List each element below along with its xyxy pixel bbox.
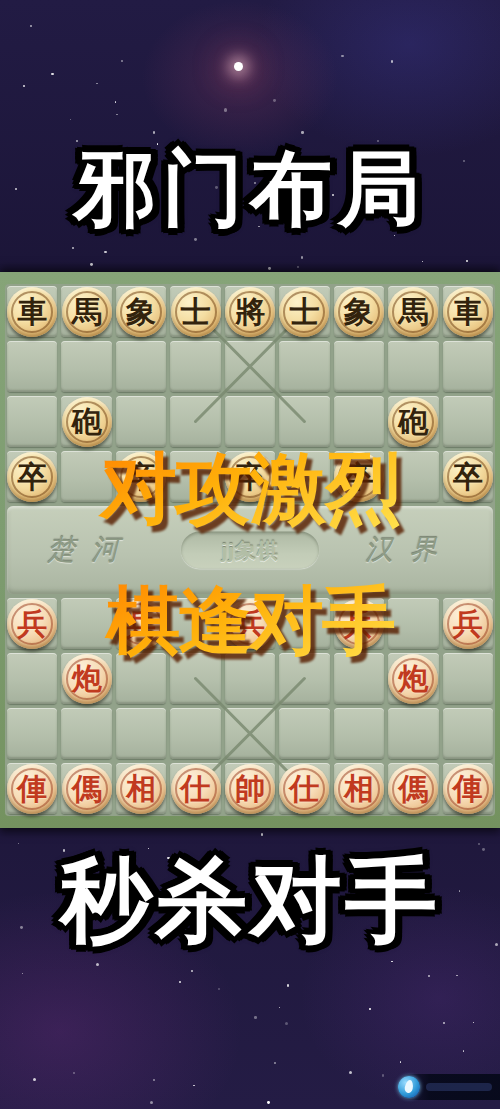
board-cell[interactable]: [225, 396, 275, 447]
piece-character: 象: [344, 287, 374, 337]
board-cell[interactable]: 傌: [61, 763, 111, 814]
piece-character: 傌: [72, 764, 102, 814]
star: [191, 970, 193, 972]
xiangqi-piece-black-車[interactable]: 車: [7, 287, 57, 337]
xiangqi-piece-red-傌[interactable]: 傌: [62, 764, 112, 814]
star: [428, 975, 430, 977]
slogan-line-2: 棋逢对手: [0, 580, 500, 661]
board-cell[interactable]: 仕: [170, 763, 220, 814]
xiangqi-board: 車馬象士將士象馬車砲砲卒卒卒卒卒 楚河 jj象棋 汉界 兵兵兵兵兵炮炮俥傌相仕帥…: [0, 272, 500, 828]
board-cell[interactable]: [388, 341, 438, 392]
star: [72, 247, 74, 249]
star: [70, 119, 71, 120]
star: [466, 260, 468, 262]
board-cell[interactable]: [388, 708, 438, 759]
app-logo-text: jj象棋: [221, 536, 279, 564]
piece-character: 傌: [398, 764, 428, 814]
star: [369, 1008, 371, 1010]
star: [400, 1061, 402, 1063]
xiangqi-piece-black-將[interactable]: 將: [225, 287, 275, 337]
star: [23, 85, 25, 87]
board-row: [5, 706, 495, 761]
board-cell[interactable]: [443, 341, 493, 392]
star: [301, 256, 303, 258]
xiangqi-piece-black-象[interactable]: 象: [334, 287, 384, 337]
board-cell[interactable]: [225, 341, 275, 392]
piece-character: 俥: [453, 764, 483, 814]
watermark-illegible-text: [426, 1083, 492, 1091]
board-cell[interactable]: 象: [334, 286, 384, 337]
board-cell[interactable]: [334, 341, 384, 392]
slogan-line-1: 对攻激烈: [0, 446, 500, 531]
piece-character: 砲: [398, 397, 428, 447]
board-cell[interactable]: 車: [443, 286, 493, 337]
star: [279, 1007, 281, 1009]
star: [51, 73, 53, 75]
xiangqi-piece-black-砲[interactable]: 砲: [62, 397, 112, 447]
star: [150, 1101, 153, 1104]
star: [285, 1022, 288, 1025]
star: [456, 975, 458, 977]
star: [90, 263, 93, 266]
piece-character: 相: [126, 764, 156, 814]
board-cell[interactable]: 馬: [388, 286, 438, 337]
star: [273, 99, 276, 102]
board-row: 俥傌相仕帥仕相傌俥: [5, 761, 495, 816]
board-row: 車馬象士將士象馬車: [5, 284, 495, 339]
star: [115, 101, 117, 103]
xiangqi-piece-red-仕[interactable]: 仕: [279, 764, 329, 814]
star: [73, 1072, 75, 1074]
piece-character: 砲: [72, 397, 102, 447]
star: [391, 961, 393, 963]
star: [224, 108, 227, 111]
board-cell[interactable]: 士: [279, 286, 329, 337]
board-cell[interactable]: [443, 396, 493, 447]
bright-star: [234, 62, 243, 71]
board-cell[interactable]: [225, 708, 275, 759]
star: [194, 238, 197, 241]
board-cell[interactable]: [279, 396, 329, 447]
river-label-right: 汉界: [365, 531, 453, 569]
star: [287, 984, 289, 986]
piece-character: 車: [453, 287, 483, 337]
piece-character: 相: [344, 764, 374, 814]
xiangqi-piece-red-帥[interactable]: 帥: [225, 764, 275, 814]
piece-character: 車: [17, 287, 47, 337]
xiangqi-piece-black-象[interactable]: 象: [116, 287, 166, 337]
star: [153, 131, 156, 134]
top-banner-title: 邪门布局: [0, 146, 500, 232]
piece-character: 帥: [235, 764, 265, 814]
piece-character: 馬: [72, 287, 102, 337]
star: [382, 1074, 384, 1076]
star: [443, 1022, 445, 1024]
board-cell[interactable]: 仕: [279, 763, 329, 814]
piece-character: 俥: [17, 764, 47, 814]
star: [261, 833, 264, 836]
board-cell[interactable]: [279, 708, 329, 759]
app-logo-pill: jj象棋: [181, 532, 319, 569]
star: [391, 60, 393, 62]
board-cell[interactable]: [170, 341, 220, 392]
board-cell[interactable]: 將: [225, 286, 275, 337]
board-cell[interactable]: [7, 341, 57, 392]
star: [22, 973, 23, 974]
xiangqi-piece-red-相[interactable]: 相: [334, 764, 384, 814]
star: [30, 25, 32, 27]
board-cell[interactable]: [116, 396, 166, 447]
board-tiles: 車馬象士將士象馬車砲砲卒卒卒卒卒 楚河 jj象棋 汉界 兵兵兵兵兵炮炮俥傌相仕帥…: [5, 284, 495, 816]
board-cell[interactable]: 砲: [61, 396, 111, 447]
star: [33, 1078, 36, 1081]
piece-character: 仕: [181, 764, 211, 814]
board-cell[interactable]: 車: [7, 286, 57, 337]
board-cell[interactable]: [443, 708, 493, 759]
piece-character: 士: [289, 287, 319, 337]
board-cell[interactable]: [61, 341, 111, 392]
star: [268, 267, 271, 270]
xiangqi-piece-black-車[interactable]: 車: [443, 287, 493, 337]
river-label-left: 楚河: [47, 531, 135, 569]
xiangqi-piece-black-士[interactable]: 士: [171, 287, 221, 337]
xiangqi-piece-black-士[interactable]: 士: [279, 287, 329, 337]
board-cell[interactable]: [170, 708, 220, 759]
star: [301, 131, 304, 134]
promo-video-frame: 邪门布局 車馬象士將士象馬車砲砲卒卒卒卒卒 楚河 jj象棋 汉界 兵兵兵兵兵炮炮…: [0, 0, 500, 1109]
board-cell[interactable]: 相: [116, 763, 166, 814]
xiangqi-piece-black-馬[interactable]: 馬: [388, 287, 438, 337]
board-row: 砲砲: [5, 394, 495, 449]
board-cell[interactable]: [116, 341, 166, 392]
board-cell[interactable]: 俥: [443, 763, 493, 814]
board-row: [5, 339, 495, 394]
board-cell[interactable]: [61, 708, 111, 759]
star: [116, 114, 117, 115]
star: [76, 140, 78, 142]
board-cell[interactable]: 相: [334, 763, 384, 814]
xiangqi-piece-red-傌[interactable]: 傌: [388, 764, 438, 814]
star: [179, 981, 181, 983]
star: [218, 988, 221, 991]
piece-character: 士: [181, 287, 211, 337]
star: [394, 235, 396, 237]
star: [463, 1050, 465, 1052]
board-cell[interactable]: [7, 708, 57, 759]
piece-character: 將: [235, 287, 265, 337]
star: [349, 1071, 352, 1074]
star: [482, 848, 485, 851]
star: [478, 843, 480, 845]
star: [422, 261, 424, 263]
star: [96, 83, 97, 84]
board-cell[interactable]: 馬: [61, 286, 111, 337]
star: [153, 1079, 155, 1081]
xiangqi-piece-red-俥[interactable]: 俥: [443, 764, 493, 814]
piece-character: 象: [126, 287, 156, 337]
star: [274, 1062, 276, 1064]
video-watermark: [396, 1074, 500, 1100]
star: [104, 251, 106, 253]
xiangqi-piece-red-仕[interactable]: 仕: [171, 764, 221, 814]
board-cell[interactable]: 象: [116, 286, 166, 337]
xiangqi-piece-red-相[interactable]: 相: [116, 764, 166, 814]
bottom-banner-title: 秒杀对手: [0, 852, 500, 949]
board-cell[interactable]: [334, 396, 384, 447]
watermark-logo-icon: [398, 1076, 420, 1098]
board-cell[interactable]: 砲: [388, 396, 438, 447]
board-cell[interactable]: 士: [170, 286, 220, 337]
xiangqi-piece-black-砲[interactable]: 砲: [388, 397, 438, 447]
board-cell[interactable]: [7, 396, 57, 447]
xiangqi-piece-red-俥[interactable]: 俥: [7, 764, 57, 814]
board-cell[interactable]: 傌: [388, 763, 438, 814]
star: [341, 55, 343, 57]
board-cell[interactable]: [334, 708, 384, 759]
board-cell[interactable]: 帥: [225, 763, 275, 814]
star: [254, 1016, 257, 1019]
xiangqi-piece-black-馬[interactable]: 馬: [62, 287, 112, 337]
board-cell[interactable]: [116, 708, 166, 759]
star: [18, 843, 19, 844]
piece-character: 馬: [398, 287, 428, 337]
star: [193, 1085, 194, 1086]
star: [297, 266, 299, 268]
star: [121, 60, 123, 62]
star: [96, 963, 99, 966]
board-cell[interactable]: [279, 341, 329, 392]
board-cell[interactable]: [170, 396, 220, 447]
board-cell[interactable]: 俥: [7, 763, 57, 814]
star: [267, 1101, 270, 1104]
piece-character: 仕: [289, 764, 319, 814]
star: [473, 1022, 474, 1023]
